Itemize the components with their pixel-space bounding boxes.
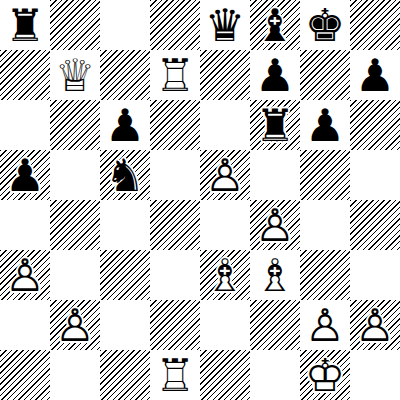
square-g5[interactable] [300, 150, 350, 200]
piece-halo: ♚ [300, 0, 350, 50]
square-d8[interactable] [150, 0, 200, 50]
square-g4[interactable] [300, 200, 350, 250]
square-g1[interactable]: ♚♔ [300, 350, 350, 400]
piece-white-rook[interactable]: ♖ [150, 50, 200, 100]
square-g2[interactable]: ♟♙ [300, 300, 350, 350]
square-e2[interactable] [200, 300, 250, 350]
square-c8[interactable] [100, 0, 150, 50]
square-c2[interactable] [100, 300, 150, 350]
piece-black-knight[interactable]: ♞ [100, 150, 150, 200]
square-h4[interactable] [350, 200, 400, 250]
piece-black-pawn[interactable]: ♟ [100, 100, 150, 150]
piece-halo: ♜ [150, 350, 200, 400]
square-b3[interactable] [50, 250, 100, 300]
piece-black-pawn[interactable]: ♟ [350, 50, 400, 100]
square-h6[interactable] [350, 100, 400, 150]
square-a2[interactable] [0, 300, 50, 350]
square-b8[interactable] [50, 0, 100, 50]
square-a8[interactable]: ♜♜ [0, 0, 50, 50]
square-e7[interactable] [200, 50, 250, 100]
piece-halo: ♝ [250, 0, 300, 50]
square-a3[interactable]: ♟♙ [0, 250, 50, 300]
piece-halo: ♟ [50, 300, 100, 350]
chess-board: ♜♜♛♛♝♝♚♚♛♕♜♖♟♟♟♟♟♟♜♜♟♟♟♟♞♞♟♙♟♙♟♙♝♗♝♗♟♙♟♙… [0, 0, 400, 400]
square-b5[interactable] [50, 150, 100, 200]
piece-black-pawn[interactable]: ♟ [0, 150, 50, 200]
piece-black-rook[interactable]: ♜ [0, 0, 50, 50]
piece-halo: ♟ [100, 100, 150, 150]
square-c4[interactable] [100, 200, 150, 250]
square-g6[interactable]: ♟♟ [300, 100, 350, 150]
square-a5[interactable]: ♟♟ [0, 150, 50, 200]
square-h5[interactable] [350, 150, 400, 200]
square-f1[interactable] [250, 350, 300, 400]
square-d5[interactable] [150, 150, 200, 200]
square-b6[interactable] [50, 100, 100, 150]
square-a1[interactable] [0, 350, 50, 400]
square-e3[interactable]: ♝♗ [200, 250, 250, 300]
square-d3[interactable] [150, 250, 200, 300]
piece-halo: ♚ [300, 350, 350, 400]
piece-halo: ♟ [300, 100, 350, 150]
square-a4[interactable] [0, 200, 50, 250]
piece-halo: ♟ [200, 150, 250, 200]
square-e5[interactable]: ♟♙ [200, 150, 250, 200]
square-c7[interactable] [100, 50, 150, 100]
piece-black-queen[interactable]: ♛ [200, 0, 250, 50]
square-e6[interactable] [200, 100, 250, 150]
square-g8[interactable]: ♚♚ [300, 0, 350, 50]
square-h7[interactable]: ♟♟ [350, 50, 400, 100]
piece-white-pawn[interactable]: ♙ [300, 300, 350, 350]
square-c6[interactable]: ♟♟ [100, 100, 150, 150]
square-a6[interactable] [0, 100, 50, 150]
piece-halo: ♟ [250, 50, 300, 100]
square-e4[interactable] [200, 200, 250, 250]
piece-black-pawn[interactable]: ♟ [300, 100, 350, 150]
piece-white-queen[interactable]: ♕ [50, 50, 100, 100]
square-f2[interactable] [250, 300, 300, 350]
piece-halo: ♜ [150, 50, 200, 100]
square-f7[interactable]: ♟♟ [250, 50, 300, 100]
square-d2[interactable] [150, 300, 200, 350]
piece-halo: ♜ [250, 100, 300, 150]
piece-white-king[interactable]: ♔ [300, 350, 350, 400]
square-h3[interactable] [350, 250, 400, 300]
square-c1[interactable] [100, 350, 150, 400]
piece-halo: ♛ [200, 0, 250, 50]
piece-halo: ♛ [50, 50, 100, 100]
piece-halo: ♝ [250, 250, 300, 300]
square-f3[interactable]: ♝♗ [250, 250, 300, 300]
piece-white-pawn[interactable]: ♙ [0, 250, 50, 300]
square-g7[interactable] [300, 50, 350, 100]
piece-halo: ♞ [100, 150, 150, 200]
chess-diagram: ♜♜♛♛♝♝♚♚♛♕♜♖♟♟♟♟♟♟♜♜♟♟♟♟♞♞♟♙♟♙♟♙♝♗♝♗♟♙♟♙… [0, 0, 400, 400]
square-b4[interactable] [50, 200, 100, 250]
piece-white-pawn[interactable]: ♙ [200, 150, 250, 200]
piece-white-pawn[interactable]: ♙ [50, 300, 100, 350]
piece-halo: ♟ [0, 250, 50, 300]
piece-white-bishop[interactable]: ♗ [200, 250, 250, 300]
square-a7[interactable] [0, 50, 50, 100]
square-g3[interactable] [300, 250, 350, 300]
piece-halo: ♟ [300, 300, 350, 350]
square-h2[interactable]: ♟♙ [350, 300, 400, 350]
square-b1[interactable] [50, 350, 100, 400]
square-b2[interactable]: ♟♙ [50, 300, 100, 350]
piece-white-rook[interactable]: ♖ [150, 350, 200, 400]
square-f6[interactable]: ♜♜ [250, 100, 300, 150]
piece-black-king[interactable]: ♚ [300, 0, 350, 50]
piece-white-pawn[interactable]: ♙ [250, 200, 300, 250]
square-e1[interactable] [200, 350, 250, 400]
square-e8[interactable]: ♛♛ [200, 0, 250, 50]
piece-halo: ♟ [0, 150, 50, 200]
piece-black-rook[interactable]: ♜ [250, 100, 300, 150]
piece-black-bishop[interactable]: ♝ [250, 0, 300, 50]
square-f5[interactable] [250, 150, 300, 200]
piece-halo: ♟ [350, 50, 400, 100]
square-f8[interactable]: ♝♝ [250, 0, 300, 50]
square-f4[interactable]: ♟♙ [250, 200, 300, 250]
piece-halo: ♟ [350, 300, 400, 350]
square-h1[interactable] [350, 350, 400, 400]
square-d1[interactable]: ♜♖ [150, 350, 200, 400]
square-c5[interactable]: ♞♞ [100, 150, 150, 200]
piece-white-bishop[interactable]: ♗ [250, 250, 300, 300]
square-d7[interactable]: ♜♖ [150, 50, 200, 100]
square-d4[interactable] [150, 200, 200, 250]
square-c3[interactable] [100, 250, 150, 300]
square-b7[interactable]: ♛♕ [50, 50, 100, 100]
piece-halo: ♟ [250, 200, 300, 250]
square-d6[interactable] [150, 100, 200, 150]
piece-halo: ♝ [200, 250, 250, 300]
piece-black-pawn[interactable]: ♟ [250, 50, 300, 100]
square-h8[interactable] [350, 0, 400, 50]
piece-white-pawn[interactable]: ♙ [350, 300, 400, 350]
piece-halo: ♜ [0, 0, 50, 50]
